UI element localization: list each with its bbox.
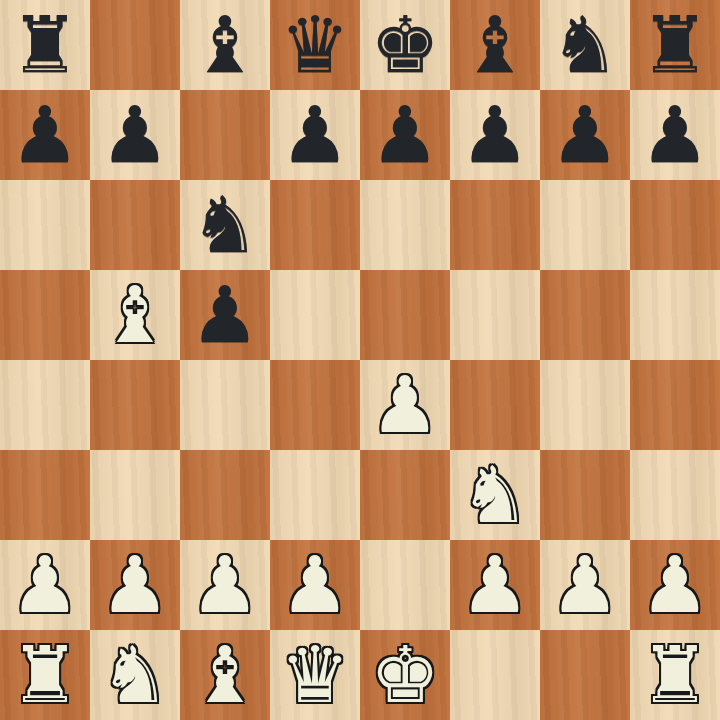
piece-white-pawn[interactable]: ♟: [270, 540, 360, 630]
square-g2[interactable]: ♟: [540, 540, 630, 630]
piece-white-knight[interactable]: ♞: [90, 630, 180, 720]
piece-black-bishop[interactable]: ♝: [450, 0, 540, 90]
square-h8[interactable]: ♜: [630, 0, 720, 90]
square-e3[interactable]: [360, 450, 450, 540]
piece-white-pawn[interactable]: ♟: [180, 540, 270, 630]
square-d4[interactable]: [270, 360, 360, 450]
square-e7[interactable]: ♟: [360, 90, 450, 180]
piece-white-rook[interactable]: ♜: [0, 630, 90, 720]
square-b1[interactable]: ♞: [90, 630, 180, 720]
piece-black-pawn[interactable]: ♟: [540, 90, 630, 180]
square-h6[interactable]: [630, 180, 720, 270]
square-a4[interactable]: [0, 360, 90, 450]
square-h7[interactable]: ♟: [630, 90, 720, 180]
square-h1[interactable]: ♜: [630, 630, 720, 720]
piece-white-bishop[interactable]: ♝: [180, 630, 270, 720]
piece-black-rook[interactable]: ♜: [0, 0, 90, 90]
piece-black-pawn[interactable]: ♟: [630, 90, 720, 180]
square-c2[interactable]: ♟: [180, 540, 270, 630]
square-g1[interactable]: [540, 630, 630, 720]
piece-white-pawn[interactable]: ♟: [90, 540, 180, 630]
square-b7[interactable]: ♟: [90, 90, 180, 180]
square-b5[interactable]: ♝: [90, 270, 180, 360]
square-b8[interactable]: [90, 0, 180, 90]
piece-black-knight[interactable]: ♞: [180, 180, 270, 270]
square-f6[interactable]: [450, 180, 540, 270]
piece-white-pawn[interactable]: ♟: [0, 540, 90, 630]
square-g3[interactable]: [540, 450, 630, 540]
square-g7[interactable]: ♟: [540, 90, 630, 180]
square-g5[interactable]: [540, 270, 630, 360]
square-d8[interactable]: ♛: [270, 0, 360, 90]
square-c1[interactable]: ♝: [180, 630, 270, 720]
square-e5[interactable]: [360, 270, 450, 360]
square-g4[interactable]: [540, 360, 630, 450]
piece-black-bishop[interactable]: ♝: [180, 0, 270, 90]
piece-white-knight[interactable]: ♞: [450, 450, 540, 540]
square-b6[interactable]: [90, 180, 180, 270]
square-c4[interactable]: [180, 360, 270, 450]
square-d6[interactable]: [270, 180, 360, 270]
square-a7[interactable]: ♟: [0, 90, 90, 180]
piece-black-king[interactable]: ♚: [360, 0, 450, 90]
square-c7[interactable]: [180, 90, 270, 180]
square-c5[interactable]: ♟: [180, 270, 270, 360]
square-b4[interactable]: [90, 360, 180, 450]
square-e1[interactable]: ♚: [360, 630, 450, 720]
square-f2[interactable]: ♟: [450, 540, 540, 630]
piece-white-king[interactable]: ♚: [360, 630, 450, 720]
piece-black-pawn[interactable]: ♟: [360, 90, 450, 180]
square-d7[interactable]: ♟: [270, 90, 360, 180]
piece-white-pawn[interactable]: ♟: [540, 540, 630, 630]
square-d1[interactable]: ♛: [270, 630, 360, 720]
square-f4[interactable]: [450, 360, 540, 450]
square-f8[interactable]: ♝: [450, 0, 540, 90]
piece-black-pawn[interactable]: ♟: [0, 90, 90, 180]
square-g6[interactable]: [540, 180, 630, 270]
chess-board: ♜♝♛♚♝♞♜♟♟♟♟♟♟♟♞♝♟♟♞♟♟♟♟♟♟♟♜♞♝♛♚♜: [0, 0, 720, 720]
square-f7[interactable]: ♟: [450, 90, 540, 180]
square-e6[interactable]: [360, 180, 450, 270]
square-d2[interactable]: ♟: [270, 540, 360, 630]
piece-white-pawn[interactable]: ♟: [450, 540, 540, 630]
square-e4[interactable]: ♟: [360, 360, 450, 450]
piece-black-knight[interactable]: ♞: [540, 0, 630, 90]
square-h4[interactable]: [630, 360, 720, 450]
square-a1[interactable]: ♜: [0, 630, 90, 720]
square-g8[interactable]: ♞: [540, 0, 630, 90]
square-c6[interactable]: ♞: [180, 180, 270, 270]
square-d5[interactable]: [270, 270, 360, 360]
piece-white-bishop[interactable]: ♝: [90, 270, 180, 360]
square-b3[interactable]: [90, 450, 180, 540]
square-c3[interactable]: [180, 450, 270, 540]
square-h2[interactable]: ♟: [630, 540, 720, 630]
piece-white-pawn[interactable]: ♟: [630, 540, 720, 630]
piece-white-rook[interactable]: ♜: [630, 630, 720, 720]
piece-black-pawn[interactable]: ♟: [450, 90, 540, 180]
piece-black-queen[interactable]: ♛: [270, 0, 360, 90]
square-h3[interactable]: [630, 450, 720, 540]
piece-black-pawn[interactable]: ♟: [90, 90, 180, 180]
square-a6[interactable]: [0, 180, 90, 270]
piece-black-pawn[interactable]: ♟: [180, 270, 270, 360]
square-f5[interactable]: [450, 270, 540, 360]
square-e2[interactable]: [360, 540, 450, 630]
square-a5[interactable]: [0, 270, 90, 360]
square-a2[interactable]: ♟: [0, 540, 90, 630]
square-c8[interactable]: ♝: [180, 0, 270, 90]
square-e8[interactable]: ♚: [360, 0, 450, 90]
piece-black-rook[interactable]: ♜: [630, 0, 720, 90]
square-f3[interactable]: ♞: [450, 450, 540, 540]
square-a3[interactable]: [0, 450, 90, 540]
square-d3[interactable]: [270, 450, 360, 540]
piece-black-pawn[interactable]: ♟: [270, 90, 360, 180]
square-b2[interactable]: ♟: [90, 540, 180, 630]
square-f1[interactable]: [450, 630, 540, 720]
square-h5[interactable]: [630, 270, 720, 360]
piece-white-pawn[interactable]: ♟: [360, 360, 450, 450]
piece-white-queen[interactable]: ♛: [270, 630, 360, 720]
square-a8[interactable]: ♜: [0, 0, 90, 90]
